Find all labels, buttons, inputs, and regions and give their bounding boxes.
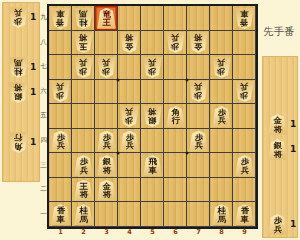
shogi-piece-香車[interactable]: 香車	[51, 204, 70, 225]
piece-kanji: 将	[125, 33, 133, 42]
piece-kanji: 車	[56, 216, 64, 225]
shogi-piece-歩兵[interactable]: 歩兵	[74, 57, 93, 78]
shogi-piece-銀将[interactable]: 銀将	[143, 106, 162, 127]
piece-kanji: 馬	[79, 216, 87, 225]
file-label: 4	[125, 228, 135, 236]
shogi-piece-歩兵[interactable]: 歩兵	[120, 106, 139, 127]
piece-kanji: 車	[240, 216, 248, 225]
piece-kanji: 歩	[217, 66, 225, 75]
shogi-piece-歩兵[interactable]: 歩兵	[97, 131, 116, 152]
shogi-piece-桂馬[interactable]: 桂馬	[74, 204, 93, 225]
rank-label: 二	[40, 185, 47, 194]
piece-kanji: 馬	[14, 58, 22, 67]
piece-kanji: 車	[148, 167, 156, 176]
piece-kanji: 車	[56, 9, 64, 18]
shogi-piece-銀将[interactable]: 銀将	[97, 155, 116, 176]
piece-kanji: 兵	[125, 142, 133, 151]
piece-kanji: 将	[148, 107, 156, 116]
piece-kanji: 兵	[125, 107, 133, 116]
shogi-piece-香車[interactable]: 香車	[235, 204, 254, 225]
hand-piece-count: 1	[30, 137, 36, 147]
hand-piece-count: 1	[30, 12, 36, 22]
piece-kanji: 行	[14, 133, 22, 142]
hand-piece-count: 1	[30, 87, 36, 97]
file-label: 5	[148, 228, 158, 236]
shogi-board: 香車桂馬竜王香車玉将金将歩兵金将歩兵歩兵歩兵歩兵歩兵歩兵歩兵歩兵銀将角行歩兵歩兵…	[47, 4, 258, 229]
piece-kanji: 兵	[79, 167, 87, 176]
piece-kanji: 馬	[79, 9, 87, 18]
shogi-piece-歩兵[interactable]: 歩兵	[212, 106, 231, 127]
piece-kanji: 兵	[217, 58, 225, 67]
piece-kanji: 香	[240, 17, 248, 26]
shogi-piece-歩兵[interactable]: 歩兵	[235, 81, 254, 102]
pieces-layer: 香車桂馬竜王香車玉将金将歩兵金将歩兵歩兵歩兵歩兵歩兵歩兵歩兵歩兵銀将角行歩兵歩兵…	[49, 6, 256, 227]
rank-label: 七	[40, 62, 47, 71]
piece-kanji: 歩	[125, 115, 133, 124]
piece-kanji: 桂	[14, 67, 22, 76]
rank-label: 一	[40, 209, 47, 218]
piece-kanji: 将	[79, 33, 87, 42]
shogi-piece-歩兵[interactable]: 歩兵	[189, 81, 208, 102]
shogi-piece-歩兵[interactable]: 歩兵	[74, 155, 93, 176]
piece-kanji: 車	[240, 9, 248, 18]
piece-kanji: 歩	[194, 91, 202, 100]
file-label: 8	[217, 228, 227, 236]
piece-kanji: 歩	[148, 66, 156, 75]
piece-kanji: 兵	[217, 117, 225, 126]
piece-kanji: 金	[125, 42, 133, 51]
piece-kanji: 兵	[148, 58, 156, 67]
file-label: 7	[194, 228, 204, 236]
shogi-piece-歩兵[interactable]: 歩兵	[97, 57, 116, 78]
piece-kanji: 兵	[79, 58, 87, 67]
shogi-piece-金将[interactable]: 金将	[189, 32, 208, 53]
piece-kanji: 兵	[102, 58, 110, 67]
piece-kanji: 行	[171, 117, 179, 126]
shogi-piece-香車[interactable]: 香車	[235, 8, 254, 29]
rank-label: 三	[40, 160, 47, 169]
piece-kanji: 銀	[148, 115, 156, 124]
shogi-piece-桂馬[interactable]: 桂馬	[74, 8, 93, 29]
rank-label: 六	[40, 86, 47, 95]
piece-kanji: 兵	[171, 33, 179, 42]
shogi-piece-歩兵[interactable]: 歩兵	[120, 131, 139, 152]
piece-kanji: 桂	[79, 17, 87, 26]
piece-kanji: 将	[102, 191, 110, 200]
piece-kanji: 歩	[102, 66, 110, 75]
piece-kanji: 兵	[56, 142, 64, 151]
piece-kanji: 香	[56, 17, 64, 26]
shogi-piece-飛車[interactable]: 飛車	[143, 155, 162, 176]
shogi-piece-歩兵[interactable]: 歩兵	[143, 57, 162, 78]
shogi-piece-歩兵[interactable]: 歩兵	[189, 131, 208, 152]
shogi-piece-金将[interactable]: 金将	[97, 180, 116, 201]
turn-indicator: 先手番	[263, 25, 299, 39]
piece-kanji: 玉	[79, 42, 87, 51]
piece-kanji: 角	[14, 142, 22, 151]
piece-kanji: 兵	[14, 8, 22, 17]
file-label: 3	[102, 228, 112, 236]
piece-kanji: 兵	[273, 226, 281, 235]
rank-label: 五	[40, 111, 47, 120]
piece-kanji: 兵	[240, 167, 248, 176]
shogi-piece-王将[interactable]: 王将	[74, 180, 93, 201]
piece-kanji: 将	[14, 83, 22, 92]
shogi-piece-玉将[interactable]: 玉将	[74, 32, 93, 53]
file-label: 2	[79, 228, 89, 236]
piece-kanji: 兵	[240, 82, 248, 91]
shogi-piece-歩兵[interactable]: 歩兵	[212, 57, 231, 78]
shogi-piece-歩兵[interactable]: 歩兵	[166, 32, 185, 53]
hand-piece-count: 1	[290, 144, 296, 154]
shogi-piece-香車[interactable]: 香車	[51, 8, 70, 29]
hand-piece-count: 1	[30, 62, 36, 72]
shogi-piece-歩兵[interactable]: 歩兵	[51, 81, 70, 102]
piece-kanji: 王	[102, 19, 110, 28]
piece-kanji: 金	[194, 42, 202, 51]
hand-piece-count: 1	[290, 119, 296, 129]
piece-kanji: 歩	[171, 42, 179, 51]
piece-kanji: 将	[273, 126, 281, 135]
piece-kanji: 将	[79, 191, 87, 200]
piece-kanji: 兵	[56, 82, 64, 91]
file-label: 9	[240, 228, 250, 236]
hand-piece-count: 1	[290, 219, 296, 229]
shogi-piece-歩兵[interactable]: 歩兵	[235, 155, 254, 176]
rank-label: 八	[40, 37, 47, 46]
file-label: 1	[56, 228, 66, 236]
shogi-piece-桂馬[interactable]: 桂馬	[212, 204, 231, 225]
piece-kanji: 歩	[14, 17, 22, 26]
shogi-piece-歩兵[interactable]: 歩兵	[51, 131, 70, 152]
piece-kanji: 歩	[79, 66, 87, 75]
piece-kanji: 将	[273, 151, 281, 160]
piece-kanji: 将	[194, 33, 202, 42]
shogi-piece-角行[interactable]: 角行	[166, 106, 185, 127]
rank-label: 四	[40, 136, 47, 145]
piece-kanji: 歩	[240, 91, 248, 100]
shogi-piece-竜王[interactable]: 竜王	[97, 8, 116, 29]
piece-kanji: 銀	[14, 92, 22, 101]
piece-kanji: 兵	[102, 142, 110, 151]
piece-kanji: 馬	[217, 216, 225, 225]
piece-kanji: 兵	[194, 142, 202, 151]
file-label: 6	[171, 228, 181, 236]
piece-kanji: 将	[102, 167, 110, 176]
piece-kanji: 歩	[56, 91, 64, 100]
rank-label: 九	[40, 13, 47, 22]
shogi-piece-金将[interactable]: 金将	[120, 32, 139, 53]
piece-kanji: 兵	[194, 82, 202, 91]
